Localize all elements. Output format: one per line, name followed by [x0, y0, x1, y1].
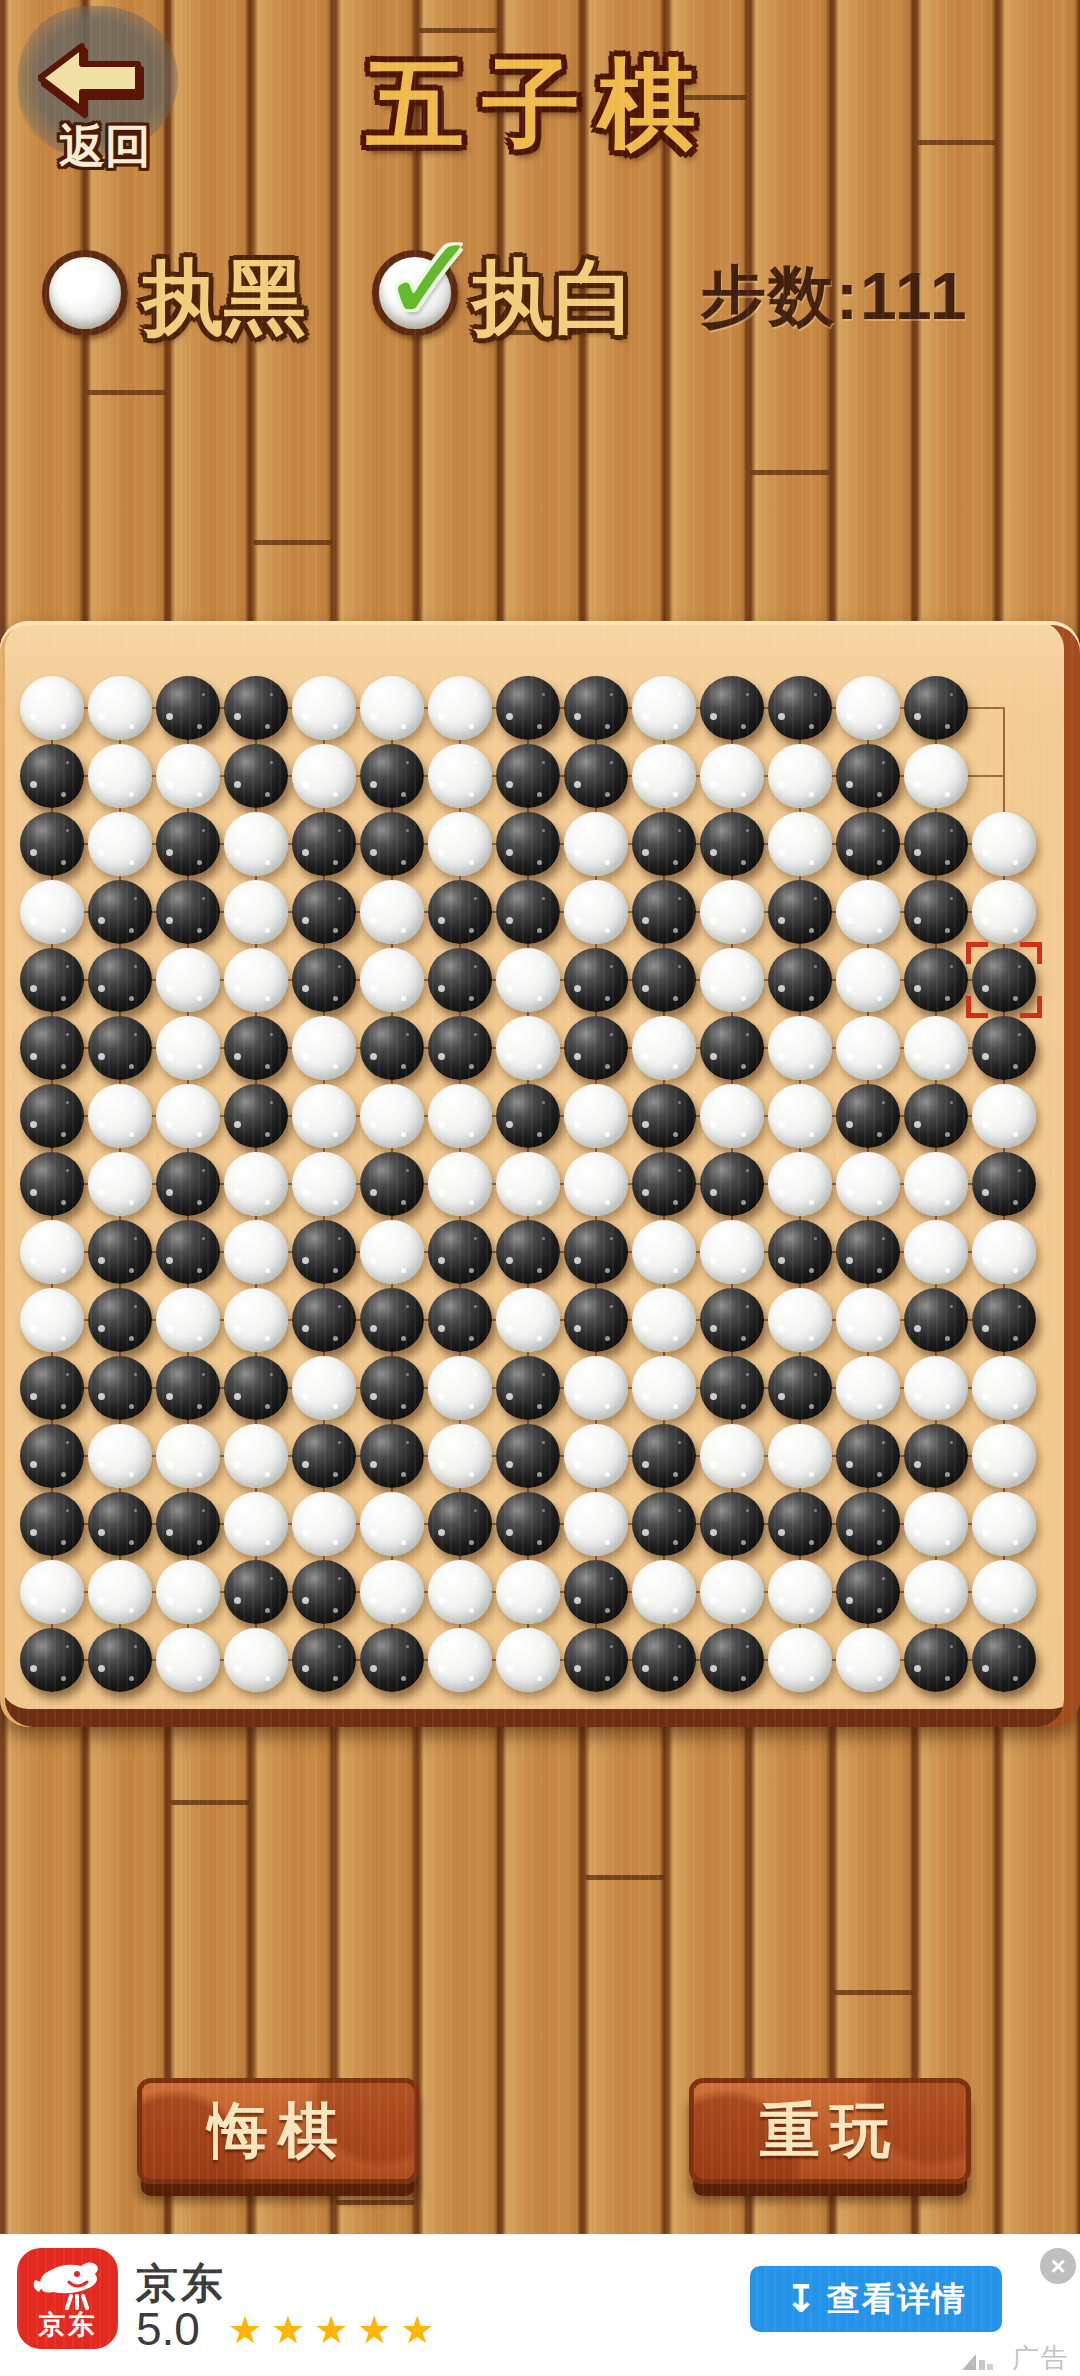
stone-black[interactable]: [766, 878, 834, 946]
stone-white[interactable]: [630, 742, 698, 810]
empty-intersection[interactable]: [970, 742, 1038, 810]
stone-white[interactable]: [426, 1082, 494, 1150]
stone-white[interactable]: [630, 1558, 698, 1626]
black-stone-glyph: [836, 1424, 900, 1488]
stone-black[interactable]: [86, 1286, 154, 1354]
black-stone-glyph: [972, 1288, 1036, 1352]
stone-black[interactable]: [426, 946, 494, 1014]
stone-black[interactable]: [222, 1558, 290, 1626]
black-stone-glyph: [836, 744, 900, 808]
stone-black[interactable]: [902, 1626, 970, 1694]
stone-black[interactable]: [970, 1150, 1038, 1218]
white-stone-glyph: [564, 1492, 628, 1556]
stone-white[interactable]: [494, 1286, 562, 1354]
stone-white[interactable]: [222, 1218, 290, 1286]
white-stone-glyph: [360, 1220, 424, 1284]
play-black-label[interactable]: 执黑: [142, 244, 306, 354]
white-stone-glyph: [972, 812, 1036, 876]
black-stone-glyph: [972, 1016, 1036, 1080]
stone-black[interactable]: [630, 1626, 698, 1694]
stone-white[interactable]: [494, 1558, 562, 1626]
stone-white[interactable]: [86, 742, 154, 810]
stone-black[interactable]: [154, 878, 222, 946]
black-stone-glyph: [360, 812, 424, 876]
stone-white[interactable]: [154, 1286, 222, 1354]
stone-black[interactable]: [494, 1354, 562, 1422]
stone-white[interactable]: [222, 1422, 290, 1490]
stone-white[interactable]: [290, 742, 358, 810]
stone-white[interactable]: [358, 878, 426, 946]
radio-play-black[interactable]: [42, 250, 128, 336]
stone-black[interactable]: [970, 946, 1038, 1014]
black-stone-glyph: [972, 1628, 1036, 1692]
white-stone-glyph: [496, 1152, 560, 1216]
stone-black[interactable]: [18, 1490, 86, 1558]
stone-white[interactable]: [290, 1014, 358, 1082]
stone-white[interactable]: [834, 878, 902, 946]
white-stone-glyph: [904, 1152, 968, 1216]
stone-white[interactable]: [902, 1558, 970, 1626]
stone-black[interactable]: [290, 878, 358, 946]
stone-white[interactable]: [698, 1558, 766, 1626]
black-stone-glyph: [768, 880, 832, 944]
stone-white[interactable]: [562, 1150, 630, 1218]
black-stone-glyph: [88, 880, 152, 944]
stone-black[interactable]: [86, 1626, 154, 1694]
stone-black[interactable]: [494, 742, 562, 810]
stone-black[interactable]: [630, 1150, 698, 1218]
stone-white[interactable]: [562, 1354, 630, 1422]
stone-black[interactable]: [902, 1422, 970, 1490]
empty-intersection[interactable]: [970, 674, 1038, 742]
stone-black[interactable]: [562, 1014, 630, 1082]
stone-black[interactable]: [290, 946, 358, 1014]
stone-white[interactable]: [222, 1150, 290, 1218]
wood-seam: [87, 390, 166, 395]
stone-black[interactable]: [426, 1286, 494, 1354]
stone-black[interactable]: [222, 674, 290, 742]
stone-black[interactable]: [494, 878, 562, 946]
black-stone-glyph: [700, 1492, 764, 1556]
stone-white[interactable]: [86, 1422, 154, 1490]
white-stone-glyph: [428, 812, 492, 876]
white-stone-glyph: [972, 1424, 1036, 1488]
stone-white[interactable]: [834, 674, 902, 742]
stone-black[interactable]: [222, 1082, 290, 1150]
stone-white[interactable]: [154, 1558, 222, 1626]
stone-white[interactable]: [222, 1490, 290, 1558]
stone-black[interactable]: [222, 1354, 290, 1422]
stone-black[interactable]: [562, 1558, 630, 1626]
stone-white[interactable]: [766, 1626, 834, 1694]
stone-white[interactable]: [222, 1286, 290, 1354]
stone-white[interactable]: [630, 1014, 698, 1082]
white-stone-glyph: [20, 676, 84, 740]
black-stone-glyph: [20, 744, 84, 808]
stone-white[interactable]: [290, 1082, 358, 1150]
stone-black[interactable]: [494, 674, 562, 742]
stone-black[interactable]: [494, 1490, 562, 1558]
stone-black[interactable]: [630, 810, 698, 878]
black-stone-glyph: [224, 1560, 288, 1624]
stone-white[interactable]: [18, 1558, 86, 1626]
black-stone-glyph: [564, 676, 628, 740]
stone-black[interactable]: [358, 1626, 426, 1694]
stone-black[interactable]: [86, 1354, 154, 1422]
stone-black[interactable]: [18, 742, 86, 810]
stone-black[interactable]: [834, 1218, 902, 1286]
stone-black[interactable]: [766, 674, 834, 742]
white-stone-glyph: [836, 1628, 900, 1692]
white-stone-glyph: [156, 1424, 220, 1488]
stone-white[interactable]: [86, 674, 154, 742]
black-stone-glyph: [564, 1628, 628, 1692]
stone-black[interactable]: [494, 1422, 562, 1490]
stone-black[interactable]: [494, 1218, 562, 1286]
stone-white[interactable]: [698, 742, 766, 810]
white-stone-glyph: [156, 1016, 220, 1080]
stone-black[interactable]: [766, 1490, 834, 1558]
stone-white[interactable]: [698, 1082, 766, 1150]
black-stone-glyph: [292, 1220, 356, 1284]
stone-black[interactable]: [902, 946, 970, 1014]
stone-black[interactable]: [358, 810, 426, 878]
stone-black[interactable]: [970, 1626, 1038, 1694]
stone-white[interactable]: [154, 1014, 222, 1082]
wood-seam: [170, 1800, 249, 1805]
stone-white[interactable]: [766, 1558, 834, 1626]
stone-black[interactable]: [358, 742, 426, 810]
stone-black[interactable]: [698, 674, 766, 742]
white-stone-glyph: [360, 1492, 424, 1556]
stone-black[interactable]: [426, 878, 494, 946]
stone-black[interactable]: [86, 878, 154, 946]
stone-white[interactable]: [902, 1150, 970, 1218]
gomoku-board[interactable]: [0, 621, 1080, 1727]
white-stone-glyph: [224, 1628, 288, 1692]
stone-white[interactable]: [562, 1490, 630, 1558]
stone-white[interactable]: [358, 1218, 426, 1286]
stone-white[interactable]: [86, 1150, 154, 1218]
stone-white[interactable]: [426, 1626, 494, 1694]
white-stone-glyph: [224, 1424, 288, 1488]
stone-black[interactable]: [766, 946, 834, 1014]
stone-black[interactable]: [902, 674, 970, 742]
replay-button[interactable]: 重玩: [689, 2078, 971, 2184]
black-stone-glyph: [564, 948, 628, 1012]
stone-black[interactable]: [18, 1354, 86, 1422]
stone-white[interactable]: [222, 1626, 290, 1694]
stone-black[interactable]: [902, 810, 970, 878]
white-stone-glyph: [88, 1152, 152, 1216]
back-button-label[interactable]: 返回: [30, 116, 180, 178]
white-stone-glyph: [972, 1356, 1036, 1420]
stone-white[interactable]: [562, 878, 630, 946]
black-stone-glyph: [632, 1424, 696, 1488]
stone-white[interactable]: [426, 742, 494, 810]
black-stone-glyph: [496, 1084, 560, 1148]
stone-black[interactable]: [494, 810, 562, 878]
white-stone-glyph: [700, 880, 764, 944]
stone-white[interactable]: [970, 810, 1038, 878]
stone-black[interactable]: [698, 1354, 766, 1422]
black-stone-glyph: [20, 1084, 84, 1148]
white-stone-glyph: [768, 1288, 832, 1352]
stone-white[interactable]: [970, 1082, 1038, 1150]
stone-black[interactable]: [562, 674, 630, 742]
stone-white[interactable]: [18, 1286, 86, 1354]
white-stone-glyph: [428, 1356, 492, 1420]
stone-black[interactable]: [562, 1286, 630, 1354]
stone-black[interactable]: [154, 1354, 222, 1422]
checkmark-icon[interactable]: ✓: [380, 210, 481, 349]
stone-black[interactable]: [18, 810, 86, 878]
stone-white[interactable]: [562, 1422, 630, 1490]
stone-white[interactable]: [154, 742, 222, 810]
black-stone-glyph: [156, 1220, 220, 1284]
stone-black[interactable]: [630, 878, 698, 946]
stone-black[interactable]: [18, 1082, 86, 1150]
jd-logo[interactable]: 京东: [17, 2248, 118, 2349]
stone-black[interactable]: [18, 1150, 86, 1218]
stone-black[interactable]: [902, 1286, 970, 1354]
stone-white[interactable]: [358, 1558, 426, 1626]
stone-white[interactable]: [630, 1218, 698, 1286]
stone-black[interactable]: [698, 1014, 766, 1082]
stone-black[interactable]: [630, 1082, 698, 1150]
stone-white[interactable]: [630, 1286, 698, 1354]
stone-black[interactable]: [970, 1014, 1038, 1082]
black-stone-glyph: [564, 1288, 628, 1352]
stone-white[interactable]: [902, 1354, 970, 1422]
stone-white[interactable]: [630, 1354, 698, 1422]
stone-black[interactable]: [18, 1626, 86, 1694]
stone-black[interactable]: [630, 1422, 698, 1490]
stone-black[interactable]: [358, 1286, 426, 1354]
white-stone-glyph: [428, 744, 492, 808]
stone-black[interactable]: [290, 810, 358, 878]
stone-black[interactable]: [18, 1422, 86, 1490]
stone-black[interactable]: [358, 1354, 426, 1422]
stone-white[interactable]: [18, 878, 86, 946]
stone-black[interactable]: [562, 742, 630, 810]
stone-white[interactable]: [426, 1150, 494, 1218]
stone-black[interactable]: [290, 1286, 358, 1354]
stone-white[interactable]: [426, 674, 494, 742]
stone-white[interactable]: [834, 946, 902, 1014]
stone-white[interactable]: [698, 878, 766, 946]
play-white-label[interactable]: 执白: [472, 244, 636, 354]
ad-banner[interactable]: 京东 京东 5.0 ★★★★★ ↧ 查看详情: [0, 2234, 1080, 2376]
white-stone-glyph: [836, 1152, 900, 1216]
stone-white[interactable]: [834, 1150, 902, 1218]
stone-white[interactable]: [494, 1014, 562, 1082]
stone-black[interactable]: [698, 1490, 766, 1558]
stone-white[interactable]: [358, 1490, 426, 1558]
stone-white[interactable]: [562, 1082, 630, 1150]
white-stone-glyph: [496, 1560, 560, 1624]
stone-white[interactable]: [222, 810, 290, 878]
stone-black[interactable]: [222, 742, 290, 810]
black-stone-glyph: [496, 744, 560, 808]
stone-black[interactable]: [834, 1422, 902, 1490]
stone-white[interactable]: [970, 1218, 1038, 1286]
wood-seam: [834, 1990, 913, 1995]
stone-black[interactable]: [426, 1014, 494, 1082]
stone-black[interactable]: [358, 1150, 426, 1218]
stone-white[interactable]: [154, 1626, 222, 1694]
white-stone-glyph: [496, 1016, 560, 1080]
stone-white[interactable]: [766, 1014, 834, 1082]
stone-white[interactable]: [290, 1490, 358, 1558]
stone-black[interactable]: [426, 1218, 494, 1286]
stone-black[interactable]: [698, 1150, 766, 1218]
stone-black[interactable]: [562, 1626, 630, 1694]
stone-black[interactable]: [834, 810, 902, 878]
black-stone-glyph: [292, 1424, 356, 1488]
stone-white[interactable]: [902, 1490, 970, 1558]
stone-black[interactable]: [902, 1082, 970, 1150]
stone-white[interactable]: [290, 674, 358, 742]
stone-black[interactable]: [630, 1490, 698, 1558]
stone-white[interactable]: [154, 1422, 222, 1490]
stone-black[interactable]: [86, 946, 154, 1014]
stone-black[interactable]: [18, 946, 86, 1014]
stone-white[interactable]: [766, 1150, 834, 1218]
black-stone-glyph: [496, 1424, 560, 1488]
stone-white[interactable]: [970, 1354, 1038, 1422]
stone-black[interactable]: [358, 1014, 426, 1082]
stone-black[interactable]: [698, 1626, 766, 1694]
stone-white[interactable]: [18, 674, 86, 742]
stone-black[interactable]: [834, 1558, 902, 1626]
ad-cta-button[interactable]: ↧ 查看详情: [750, 2266, 1002, 2332]
stone-black[interactable]: [154, 810, 222, 878]
stone-white[interactable]: [494, 1150, 562, 1218]
stone-white[interactable]: [766, 810, 834, 878]
stone-black[interactable]: [834, 742, 902, 810]
black-stone-glyph: [904, 1424, 968, 1488]
stone-white[interactable]: [970, 878, 1038, 946]
stone-black[interactable]: [494, 1082, 562, 1150]
white-stone-glyph: [632, 676, 696, 740]
stone-white[interactable]: [86, 1082, 154, 1150]
stone-black[interactable]: [698, 1286, 766, 1354]
white-stone-glyph: [360, 880, 424, 944]
stone-white[interactable]: [834, 1014, 902, 1082]
stone-white[interactable]: [426, 810, 494, 878]
stone-white[interactable]: [698, 1422, 766, 1490]
stone-white[interactable]: [970, 1422, 1038, 1490]
stone-white[interactable]: [222, 946, 290, 1014]
stone-white[interactable]: [86, 1558, 154, 1626]
stone-black[interactable]: [18, 1014, 86, 1082]
stone-black[interactable]: [154, 1218, 222, 1286]
stone-black[interactable]: [902, 878, 970, 946]
stone-black[interactable]: [154, 1490, 222, 1558]
stone-black[interactable]: [562, 1218, 630, 1286]
stone-white[interactable]: [290, 1354, 358, 1422]
stone-black[interactable]: [290, 1218, 358, 1286]
stone-white[interactable]: [902, 742, 970, 810]
stone-black[interactable]: [834, 1490, 902, 1558]
stone-white[interactable]: [86, 810, 154, 878]
stone-black[interactable]: [86, 1014, 154, 1082]
stone-black[interactable]: [154, 674, 222, 742]
stone-white[interactable]: [494, 1626, 562, 1694]
stone-black[interactable]: [562, 946, 630, 1014]
stone-black[interactable]: [630, 946, 698, 1014]
black-stone-glyph: [428, 880, 492, 944]
white-stone-glyph: [632, 1220, 696, 1284]
stone-white[interactable]: [222, 878, 290, 946]
stone-white[interactable]: [902, 1218, 970, 1286]
ad-close-button[interactable]: ×: [1040, 2248, 1076, 2284]
wood-seam: [585, 1875, 664, 1880]
white-stone-glyph: [700, 1560, 764, 1624]
stone-black[interactable]: [766, 1218, 834, 1286]
stone-white[interactable]: [494, 946, 562, 1014]
stone-black[interactable]: [290, 1422, 358, 1490]
stone-white[interactable]: [426, 1422, 494, 1490]
stone-white[interactable]: [698, 1218, 766, 1286]
stone-white[interactable]: [562, 810, 630, 878]
stone-black[interactable]: [426, 1490, 494, 1558]
stone-white[interactable]: [766, 1082, 834, 1150]
black-stone-glyph: [88, 1220, 152, 1284]
white-stone-glyph: [564, 1152, 628, 1216]
stone-black[interactable]: [698, 810, 766, 878]
stone-black[interactable]: [290, 1626, 358, 1694]
stone-white[interactable]: [834, 1286, 902, 1354]
stone-white[interactable]: [18, 1218, 86, 1286]
stone-black[interactable]: [154, 1150, 222, 1218]
stone-black[interactable]: [86, 1218, 154, 1286]
stone-white[interactable]: [290, 1150, 358, 1218]
stone-white[interactable]: [426, 1354, 494, 1422]
stone-white[interactable]: [630, 674, 698, 742]
stone-white[interactable]: [834, 1354, 902, 1422]
black-stone-glyph: [496, 880, 560, 944]
stone-white[interactable]: [902, 1014, 970, 1082]
white-stone-glyph: [360, 1084, 424, 1148]
stone-black[interactable]: [834, 1082, 902, 1150]
stone-black[interactable]: [358, 1422, 426, 1490]
stone-black[interactable]: [290, 1558, 358, 1626]
stone-black[interactable]: [222, 1014, 290, 1082]
stone-white[interactable]: [426, 1558, 494, 1626]
stone-white[interactable]: [358, 674, 426, 742]
stone-white[interactable]: [154, 946, 222, 1014]
stone-white[interactable]: [358, 1082, 426, 1150]
stone-black[interactable]: [970, 1286, 1038, 1354]
white-stone-glyph: [632, 1356, 696, 1420]
stone-white[interactable]: [766, 742, 834, 810]
stone-white[interactable]: [154, 1082, 222, 1150]
stone-white[interactable]: [970, 1558, 1038, 1626]
stone-white[interactable]: [358, 946, 426, 1014]
stone-white[interactable]: [698, 946, 766, 1014]
back-button[interactable]: 返回: [30, 30, 170, 160]
undo-button[interactable]: 悔棋: [137, 2078, 419, 2184]
black-stone-glyph: [700, 1016, 764, 1080]
stone-white[interactable]: [766, 1286, 834, 1354]
stone-white[interactable]: [834, 1626, 902, 1694]
stone-white[interactable]: [970, 1490, 1038, 1558]
stone-black[interactable]: [86, 1490, 154, 1558]
stone-white[interactable]: [766, 1422, 834, 1490]
stone-black[interactable]: [766, 1354, 834, 1422]
